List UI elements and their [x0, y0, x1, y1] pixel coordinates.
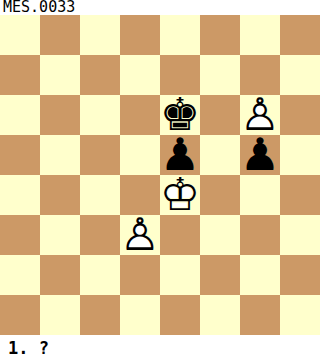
square-b3[interactable] [40, 215, 80, 255]
square-c6[interactable] [80, 95, 120, 135]
square-c1[interactable] [80, 295, 120, 335]
square-b7[interactable] [40, 55, 80, 95]
square-d8[interactable] [120, 15, 160, 55]
square-g4[interactable] [240, 175, 280, 215]
square-f8[interactable] [200, 15, 240, 55]
square-e3[interactable] [160, 215, 200, 255]
square-b6[interactable] [40, 95, 80, 135]
square-c7[interactable] [80, 55, 120, 95]
square-b4[interactable] [40, 175, 80, 215]
piece-black-pawn: ♟ [240, 135, 280, 175]
square-g1[interactable] [240, 295, 280, 335]
square-e8[interactable] [160, 15, 200, 55]
square-b1[interactable] [40, 295, 80, 335]
square-a7[interactable] [0, 55, 40, 95]
white-king-fill: ♚ [160, 175, 200, 215]
square-f1[interactable] [200, 295, 240, 335]
square-g6[interactable]: ♟♙ [240, 95, 280, 135]
square-b2[interactable] [40, 255, 80, 295]
square-g2[interactable] [240, 255, 280, 295]
square-f4[interactable] [200, 175, 240, 215]
square-a4[interactable] [0, 175, 40, 215]
square-e2[interactable] [160, 255, 200, 295]
piece-black-pawn: ♟ [160, 135, 200, 175]
piece-white-king: ♔ [160, 175, 200, 215]
square-g7[interactable] [240, 55, 280, 95]
square-a3[interactable] [0, 215, 40, 255]
square-f6[interactable] [200, 95, 240, 135]
square-e7[interactable] [160, 55, 200, 95]
square-d6[interactable] [120, 95, 160, 135]
square-d4[interactable] [120, 175, 160, 215]
square-a1[interactable] [0, 295, 40, 335]
square-c3[interactable] [80, 215, 120, 255]
square-d5[interactable] [120, 135, 160, 175]
piece-white-pawn: ♙ [240, 95, 280, 135]
square-f3[interactable] [200, 215, 240, 255]
puzzle-id: MES.0033 [3, 0, 75, 15]
square-f7[interactable] [200, 55, 240, 95]
square-a8[interactable] [0, 15, 40, 55]
square-a6[interactable] [0, 95, 40, 135]
square-d2[interactable] [120, 255, 160, 295]
piece-white-pawn: ♙ [120, 215, 160, 255]
square-c2[interactable] [80, 255, 120, 295]
piece-black-king: ♚ [160, 95, 200, 135]
puzzle-page: MES.0033 ♚♟♙♟♟♚♔♟♙ 1. ? [0, 0, 320, 360]
square-f5[interactable] [200, 135, 240, 175]
square-h1[interactable] [280, 295, 320, 335]
square-h2[interactable] [280, 255, 320, 295]
move-prompt: 1. ? [8, 336, 49, 360]
square-h3[interactable] [280, 215, 320, 255]
square-b5[interactable] [40, 135, 80, 175]
square-g3[interactable] [240, 215, 280, 255]
square-c8[interactable] [80, 15, 120, 55]
square-g5[interactable]: ♟ [240, 135, 280, 175]
square-h7[interactable] [280, 55, 320, 95]
white-pawn-fill: ♟ [240, 95, 280, 135]
square-f2[interactable] [200, 255, 240, 295]
square-h8[interactable] [280, 15, 320, 55]
square-d3[interactable]: ♟♙ [120, 215, 160, 255]
chess-board: ♚♟♙♟♟♚♔♟♙ [0, 15, 320, 335]
square-a5[interactable] [0, 135, 40, 175]
square-e5[interactable]: ♟ [160, 135, 200, 175]
square-c4[interactable] [80, 175, 120, 215]
square-d1[interactable] [120, 295, 160, 335]
square-h5[interactable] [280, 135, 320, 175]
square-d7[interactable] [120, 55, 160, 95]
square-e4[interactable]: ♚♔ [160, 175, 200, 215]
white-pawn-fill: ♟ [120, 215, 160, 255]
square-e1[interactable] [160, 295, 200, 335]
square-c5[interactable] [80, 135, 120, 175]
square-h6[interactable] [280, 95, 320, 135]
square-b8[interactable] [40, 15, 80, 55]
square-h4[interactable] [280, 175, 320, 215]
square-g8[interactable] [240, 15, 280, 55]
square-e6[interactable]: ♚ [160, 95, 200, 135]
square-a2[interactable] [0, 255, 40, 295]
